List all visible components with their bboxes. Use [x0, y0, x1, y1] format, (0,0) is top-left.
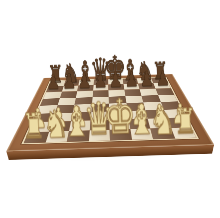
black-pawn-e7[interactable]: ♟ — [109, 70, 124, 90]
square-g8[interactable]: ♞ — [137, 78, 153, 84]
square-e6[interactable] — [108, 90, 125, 97]
board-frame: ♜♞♝♛♚♝♞♜♟♟♟♟♟♟♟♟♟♟♟♟♟♟♟♟♜♞♝♛♚♝♞♜ — [6, 74, 214, 151]
black-pawn-g7[interactable]: ♟ — [140, 69, 155, 89]
square-a4[interactable] — [37, 105, 58, 113]
square-b6[interactable] — [60, 91, 78, 98]
white-pawn-d2[interactable]: ♟ — [90, 104, 109, 130]
white-knight-b1[interactable]: ♞ — [42, 105, 69, 142]
square-d4[interactable] — [91, 104, 109, 112]
square-b8[interactable]: ♞ — [64, 80, 80, 86]
square-a5[interactable] — [40, 98, 59, 106]
square-d8[interactable]: ♛ — [93, 79, 108, 85]
black-queen-d8[interactable]: ♛ — [89, 55, 111, 85]
square-g3[interactable] — [145, 110, 166, 119]
white-king-e1[interactable]: ♚ — [103, 94, 137, 141]
black-pawn-c7[interactable]: ♟ — [77, 71, 92, 91]
square-f7[interactable]: ♟ — [123, 83, 139, 89]
square-c6[interactable] — [76, 91, 93, 98]
square-f3[interactable] — [127, 110, 147, 119]
square-c4[interactable] — [73, 104, 92, 112]
square-f5[interactable] — [125, 96, 143, 103]
white-bishop-c1[interactable]: ♝ — [63, 102, 92, 142]
square-e1[interactable]: ♚ — [110, 129, 132, 141]
square-b4[interactable] — [55, 105, 75, 113]
square-b5[interactable] — [57, 98, 76, 106]
white-rook-a1[interactable]: ♜ — [22, 110, 46, 144]
square-b7[interactable]: ♟ — [62, 85, 79, 91]
square-c2[interactable]: ♟ — [69, 121, 90, 131]
square-f6[interactable] — [124, 89, 141, 96]
black-bishop-c8[interactable]: ♝ — [75, 58, 95, 86]
black-rook-h8[interactable]: ♜ — [152, 60, 169, 83]
black-bishop-f8[interactable]: ♝ — [120, 56, 140, 84]
white-queen-d1[interactable]: ♛ — [83, 98, 115, 142]
white-pawn-b2[interactable]: ♟ — [49, 105, 68, 131]
square-a7[interactable]: ♟ — [46, 86, 63, 92]
square-h7[interactable]: ♟ — [153, 83, 171, 89]
square-g6[interactable] — [140, 89, 158, 96]
white-pawn-c2[interactable]: ♟ — [69, 105, 88, 131]
square-d1[interactable]: ♛ — [88, 130, 110, 142]
square-h1[interactable]: ♜ — [171, 127, 197, 138]
square-h3[interactable] — [163, 109, 185, 118]
square-f8[interactable]: ♝ — [122, 78, 138, 84]
square-d3[interactable] — [90, 111, 109, 120]
square-f4[interactable] — [126, 102, 145, 110]
square-d5[interactable] — [92, 97, 109, 105]
square-c8[interactable]: ♝ — [78, 80, 93, 86]
black-knight-g8[interactable]: ♞ — [136, 58, 155, 84]
product-photo-chess-set: ♜♞♝♛♚♝♞♜♟♟♟♟♟♟♟♟♟♟♟♟♟♟♟♟♜♞♝♛♚♝♞♜ — [0, 0, 220, 218]
white-pawn-f2[interactable]: ♟ — [130, 103, 149, 129]
white-pawn-g2[interactable]: ♟ — [151, 102, 170, 128]
square-d6[interactable] — [92, 90, 108, 97]
square-g2[interactable]: ♟ — [148, 118, 171, 128]
square-e4[interactable] — [109, 103, 127, 111]
square-e3[interactable] — [109, 111, 128, 120]
square-g5[interactable] — [141, 95, 160, 102]
square-b3[interactable] — [52, 112, 73, 121]
square-h2[interactable]: ♟ — [167, 118, 191, 128]
square-c7[interactable]: ♟ — [77, 85, 93, 91]
square-g4[interactable] — [143, 102, 163, 110]
square-h5[interactable] — [158, 95, 178, 102]
square-a1[interactable]: ♜ — [24, 131, 49, 143]
square-g7[interactable]: ♟ — [138, 83, 155, 89]
board-grid: ♜♞♝♛♚♝♞♜♟♟♟♟♟♟♟♟♟♟♟♟♟♟♟♟♜♞♝♛♚♝♞♜ — [21, 77, 199, 144]
black-pawn-h7[interactable]: ♟ — [155, 69, 170, 89]
white-knight-g1[interactable]: ♞ — [150, 102, 177, 139]
square-c1[interactable]: ♝ — [67, 130, 90, 142]
square-h4[interactable] — [160, 101, 181, 109]
square-d7[interactable]: ♟ — [93, 84, 109, 90]
camera-tilt-wrapper: ♜♞♝♛♚♝♞♜♟♟♟♟♟♟♟♟♟♟♟♟♟♟♟♟♜♞♝♛♚♝♞♜ — [0, 0, 220, 218]
black-pawn-d7[interactable]: ♟ — [93, 70, 108, 90]
square-a6[interactable] — [43, 92, 61, 99]
square-f1[interactable]: ♝ — [130, 128, 153, 139]
white-pawn-h2[interactable]: ♟ — [171, 101, 190, 127]
white-pawn-e2[interactable]: ♟ — [110, 103, 129, 129]
square-a8[interactable]: ♜ — [49, 80, 66, 86]
square-e5[interactable] — [109, 96, 126, 104]
square-h8[interactable]: ♜ — [151, 77, 168, 83]
black-pawn-b7[interactable]: ♟ — [62, 71, 77, 91]
black-pawn-a7[interactable]: ♟ — [46, 72, 61, 92]
square-d2[interactable]: ♟ — [89, 120, 109, 130]
square-b1[interactable]: ♞ — [45, 131, 69, 143]
square-a3[interactable] — [33, 113, 55, 122]
white-bishop-f1[interactable]: ♝ — [127, 100, 156, 140]
chess-board: ♜♞♝♛♚♝♞♜♟♟♟♟♟♟♟♟♟♟♟♟♟♟♟♟♜♞♝♛♚♝♞♜ — [6, 74, 214, 151]
square-f2[interactable]: ♟ — [129, 119, 151, 129]
white-pawn-a2[interactable]: ♟ — [29, 106, 48, 132]
square-g1[interactable]: ♞ — [150, 128, 175, 139]
black-rook-a8[interactable]: ♜ — [47, 63, 64, 86]
black-pawn-f7[interactable]: ♟ — [124, 69, 139, 89]
white-rook-h1[interactable]: ♜ — [173, 105, 197, 139]
black-king-e8[interactable]: ♚ — [104, 52, 127, 84]
square-c5[interactable] — [74, 97, 92, 105]
black-knight-b8[interactable]: ♞ — [61, 60, 80, 86]
square-h6[interactable] — [155, 88, 174, 95]
square-e2[interactable]: ♟ — [109, 119, 130, 129]
square-c3[interactable] — [71, 112, 91, 121]
board-front-edge — [6, 145, 214, 160]
square-e8[interactable]: ♚ — [108, 79, 123, 85]
square-e7[interactable]: ♟ — [108, 84, 124, 90]
square-b2[interactable]: ♟ — [49, 121, 71, 131]
square-a2[interactable]: ♟ — [28, 122, 51, 132]
